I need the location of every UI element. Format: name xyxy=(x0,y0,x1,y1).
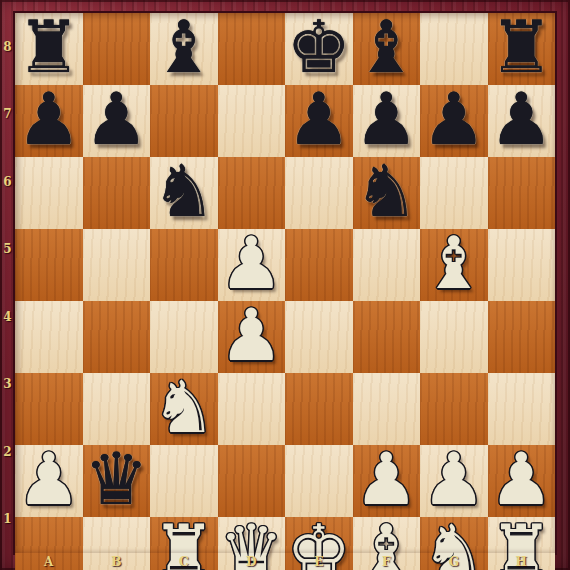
square-g8[interactable] xyxy=(420,13,488,85)
square-h5[interactable] xyxy=(488,229,556,301)
square-g3[interactable] xyxy=(420,373,488,445)
square-c4[interactable] xyxy=(150,301,218,373)
square-a4[interactable] xyxy=(15,301,83,373)
piece-white-pawn[interactable]: ♟ xyxy=(219,299,284,371)
square-h3[interactable] xyxy=(488,373,556,445)
square-c2[interactable] xyxy=(150,445,218,517)
rank-label-1: 1 xyxy=(0,486,15,554)
piece-black-pawn[interactable]: ♟ xyxy=(286,83,351,155)
square-d3[interactable] xyxy=(218,373,286,445)
piece-black-bishop[interactable]: ♝ xyxy=(354,11,419,83)
square-d5[interactable]: ♟ xyxy=(218,229,286,301)
piece-white-bishop[interactable]: ♝ xyxy=(421,227,486,299)
square-d2[interactable] xyxy=(218,445,286,517)
square-e3[interactable] xyxy=(285,373,353,445)
square-e4[interactable] xyxy=(285,301,353,373)
square-b3[interactable] xyxy=(83,373,151,445)
square-b2[interactable]: ♛ xyxy=(83,445,151,517)
rank-label-6: 6 xyxy=(0,148,15,216)
piece-white-pawn[interactable]: ♟ xyxy=(219,227,284,299)
piece-white-pawn[interactable]: ♟ xyxy=(421,443,486,515)
square-b4[interactable] xyxy=(83,301,151,373)
square-h2[interactable]: ♟ xyxy=(488,445,556,517)
square-d6[interactable] xyxy=(218,157,286,229)
square-a8[interactable]: ♜ xyxy=(15,13,83,85)
rank-label-7: 7 xyxy=(0,81,15,149)
file-label-h: H xyxy=(488,553,556,570)
square-b6[interactable] xyxy=(83,157,151,229)
square-h8[interactable]: ♜ xyxy=(488,13,556,85)
piece-black-knight[interactable]: ♞ xyxy=(151,155,216,227)
square-f5[interactable] xyxy=(353,229,421,301)
piece-black-pawn[interactable]: ♟ xyxy=(489,83,554,155)
square-c3[interactable]: ♞ xyxy=(150,373,218,445)
piece-white-pawn[interactable]: ♟ xyxy=(16,443,81,515)
piece-white-knight[interactable]: ♞ xyxy=(151,371,216,443)
rank-label-2: 2 xyxy=(0,418,15,486)
piece-white-pawn[interactable]: ♟ xyxy=(489,443,554,515)
square-c6[interactable]: ♞ xyxy=(150,157,218,229)
file-label-e: E xyxy=(285,553,353,570)
square-b7[interactable]: ♟ xyxy=(83,85,151,157)
piece-black-rook[interactable]: ♜ xyxy=(489,11,554,83)
file-label-f: F xyxy=(353,553,421,570)
chess-diagram: ♜♝♚♝♜♟♟♟♟♟♟♞♞♟♝♟♞♟♛♟♟♟♜♛♚♝♞♜ 87654321 AB… xyxy=(0,0,570,570)
file-label-c: C xyxy=(150,553,218,570)
piece-black-knight[interactable]: ♞ xyxy=(354,155,419,227)
file-label-b: B xyxy=(83,553,151,570)
square-g6[interactable] xyxy=(420,157,488,229)
piece-black-king[interactable]: ♚ xyxy=(286,11,351,83)
square-e6[interactable] xyxy=(285,157,353,229)
piece-black-pawn[interactable]: ♟ xyxy=(354,83,419,155)
rank-labels: 87654321 xyxy=(0,13,15,553)
square-f2[interactable]: ♟ xyxy=(353,445,421,517)
file-labels: ABCDEFGH xyxy=(15,553,555,570)
square-c5[interactable] xyxy=(150,229,218,301)
square-d8[interactable] xyxy=(218,13,286,85)
square-h6[interactable] xyxy=(488,157,556,229)
piece-black-pawn[interactable]: ♟ xyxy=(16,83,81,155)
square-f7[interactable]: ♟ xyxy=(353,85,421,157)
chess-board: ♜♝♚♝♜♟♟♟♟♟♟♞♞♟♝♟♞♟♛♟♟♟♜♛♚♝♞♜ xyxy=(15,13,555,553)
square-h7[interactable]: ♟ xyxy=(488,85,556,157)
square-e5[interactable] xyxy=(285,229,353,301)
rank-label-3: 3 xyxy=(0,351,15,419)
square-h4[interactable] xyxy=(488,301,556,373)
square-g2[interactable]: ♟ xyxy=(420,445,488,517)
square-f8[interactable]: ♝ xyxy=(353,13,421,85)
square-e2[interactable] xyxy=(285,445,353,517)
square-e7[interactable]: ♟ xyxy=(285,85,353,157)
square-a2[interactable]: ♟ xyxy=(15,445,83,517)
square-d7[interactable] xyxy=(218,85,286,157)
file-label-a: A xyxy=(15,553,83,570)
square-b8[interactable] xyxy=(83,13,151,85)
piece-white-pawn[interactable]: ♟ xyxy=(354,443,419,515)
square-b5[interactable] xyxy=(83,229,151,301)
piece-black-bishop[interactable]: ♝ xyxy=(151,11,216,83)
square-a7[interactable]: ♟ xyxy=(15,85,83,157)
square-a5[interactable] xyxy=(15,229,83,301)
rank-label-5: 5 xyxy=(0,216,15,284)
square-a6[interactable] xyxy=(15,157,83,229)
rank-label-8: 8 xyxy=(0,13,15,81)
piece-black-pawn[interactable]: ♟ xyxy=(421,83,486,155)
square-f3[interactable] xyxy=(353,373,421,445)
file-label-g: G xyxy=(420,553,488,570)
piece-black-pawn[interactable]: ♟ xyxy=(84,83,149,155)
square-g5[interactable]: ♝ xyxy=(420,229,488,301)
square-g7[interactable]: ♟ xyxy=(420,85,488,157)
square-c7[interactable] xyxy=(150,85,218,157)
rank-label-4: 4 xyxy=(0,283,15,351)
file-label-d: D xyxy=(218,553,286,570)
square-c8[interactable]: ♝ xyxy=(150,13,218,85)
square-e8[interactable]: ♚ xyxy=(285,13,353,85)
square-f4[interactable] xyxy=(353,301,421,373)
square-g4[interactable] xyxy=(420,301,488,373)
piece-black-queen[interactable]: ♛ xyxy=(84,443,149,515)
square-f6[interactable]: ♞ xyxy=(353,157,421,229)
square-a3[interactable] xyxy=(15,373,83,445)
piece-black-rook[interactable]: ♜ xyxy=(16,11,81,83)
square-d4[interactable]: ♟ xyxy=(218,301,286,373)
